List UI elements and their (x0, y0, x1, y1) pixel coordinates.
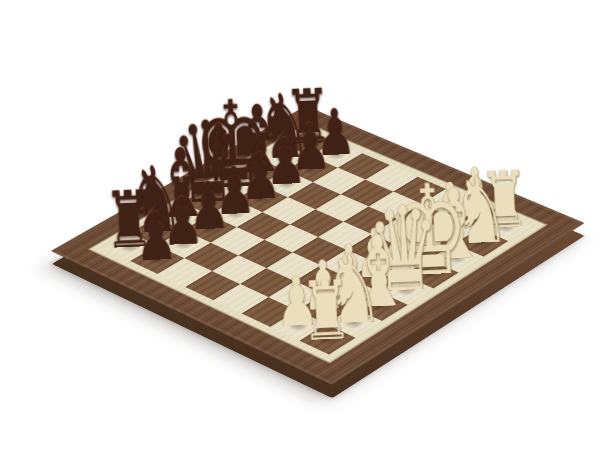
piece-black-queen-d8: ♛ (134, 51, 278, 204)
piece-white-pawn-g2: ♟ (376, 77, 522, 233)
pawn-glyph: ♟ (134, 203, 179, 271)
square-c7: ♟ (183, 215, 236, 243)
square-e8: ♚ (208, 173, 260, 200)
knight-glyph: ♞ (253, 82, 313, 173)
square-g8: ♞ (259, 144, 311, 170)
board-gutter: ♜♟♟♜♞♟♟♞♝♟♟♝♚♟♟♚♛♟♟♛♝♟♟♝♞♟♟♞♜♟♟♜ (88, 123, 548, 364)
knight-glyph: ♞ (449, 164, 511, 259)
piece-black-pawn-c7: ♟ (134, 77, 280, 232)
piece-white-knight-g1: ♞ (404, 89, 551, 246)
piece-black-king-e8: ♚ (160, 37, 303, 189)
scene-3d: ♜♟♟♜♞♟♟♞♝♟♟♝♚♟♟♚♛♟♟♛♝♟♟♝♞♟♟♞♜♟♟♜ (0, 0, 600, 450)
bishop-glyph: ♝ (422, 175, 487, 275)
square-b8: ♞ (130, 218, 183, 246)
piece-black-bishop-c8: ♝ (107, 65, 252, 219)
rook-glyph: ♜ (103, 180, 155, 260)
square-e6 (262, 197, 315, 224)
king-glyph: ♚ (192, 83, 273, 207)
square-c8: ♝ (156, 203, 209, 230)
chess-set-photo: ♜♟♟♜♞♟♟♞♝♟♟♝♚♟♟♚♛♟♟♛♝♟♟♝♞♟♟♞♜♟♟♜ (0, 0, 600, 450)
square-g7: ♟ (286, 156, 338, 182)
square-f5 (315, 194, 368, 221)
square-d6 (237, 212, 290, 240)
square-e7: ♟ (235, 185, 288, 212)
rook-glyph: ♜ (478, 161, 530, 241)
queen-glyph: ♛ (169, 106, 244, 221)
square-h2: ♟ (450, 201, 503, 229)
bishop-glyph: ♝ (227, 92, 290, 188)
piece-black-pawn-g7: ♟ (237, 21, 379, 172)
board-frame: ♜♟♟♜♞♟♟♞♝♟♟♝♚♟♟♚♛♟♟♛♝♟♟♝♞♟♟♞♜♟♟♜ (51, 106, 585, 385)
square-f8: ♝ (233, 159, 285, 185)
piece-black-pawn-b7: ♟ (107, 91, 253, 247)
piece-black-pawn-a7: ♟ (80, 106, 227, 263)
square-h7: ♟ (310, 142, 362, 168)
square-g5 (341, 180, 394, 207)
square-f3 (372, 219, 426, 247)
pawn-glyph: ♟ (404, 189, 449, 257)
square-b7: ♟ (157, 230, 211, 258)
piece-black-pawn-d7: ♟ (160, 62, 305, 216)
piece-black-bishop-f8: ♝ (185, 23, 327, 175)
piece-black-pawn-e7: ♟ (186, 48, 330, 201)
piece-black-knight-b8: ♞ (81, 79, 227, 234)
piece-black-rook-a8: ♜ (54, 94, 201, 250)
square-f7: ♟ (260, 170, 312, 197)
piece-white-pawn-h2: ♟ (401, 63, 546, 218)
square-d8: ♛ (182, 188, 235, 215)
square-f6 (288, 182, 341, 209)
knight-glyph: ♞ (125, 153, 186, 247)
square-g3 (397, 204, 450, 232)
pawn-glyph: ♟ (429, 174, 473, 242)
queen-glyph: ♛ (365, 190, 443, 310)
square-h3 (421, 189, 474, 216)
piece-black-rook-h8: ♜ (236, 0, 377, 146)
square-g4 (368, 192, 421, 219)
pawn-glyph: ♟ (239, 143, 282, 210)
pawn-glyph: ♟ (264, 129, 307, 195)
board-grid: ♜♟♟♜♞♟♟♞♝♟♟♝♚♟♟♚♛♟♟♛♝♟♟♝♞♟♟♞♜♟♟♜ (103, 130, 532, 354)
piece-white-rook-h1: ♜ (429, 74, 575, 230)
square-h5 (365, 165, 417, 192)
square-h4 (393, 177, 446, 204)
chess-board: ♜♟♟♜♞♟♟♞♝♟♟♝♚♟♟♚♛♟♟♛♝♟♟♝♞♟♟♞♜♟♟♜ (51, 106, 585, 385)
square-a8: ♜ (103, 233, 157, 261)
bishop-glyph: ♝ (150, 135, 214, 232)
square-d7: ♟ (209, 200, 262, 227)
square-f4 (343, 207, 396, 235)
pawn-glyph: ♟ (213, 158, 257, 225)
pawn-glyph: ♟ (289, 114, 332, 180)
piece-white-pawn-f2: ♟ (350, 92, 497, 249)
square-d5 (264, 225, 318, 253)
piece-black-pawn-f7: ♟ (212, 34, 355, 186)
square-g6 (313, 168, 365, 195)
rook-glyph: ♜ (283, 79, 333, 156)
pawn-glyph: ♟ (161, 188, 205, 256)
piece-black-knight-g8: ♞ (211, 10, 352, 161)
square-h8: ♜ (283, 130, 335, 156)
square-e5 (290, 209, 343, 237)
square-h6 (338, 153, 390, 179)
pawn-glyph: ♟ (314, 100, 357, 165)
pawn-glyph: ♟ (454, 159, 498, 226)
board-tilt-wrapper: ♜♟♟♜♞♟♟♞♝♟♟♝♚♟♟♚♛♟♟♛♝♟♟♝♞♟♟♞♜♟♟♜ (121, 40, 515, 434)
pawn-glyph: ♟ (187, 173, 231, 240)
piece-black-pawn-h7: ♟ (263, 7, 404, 158)
